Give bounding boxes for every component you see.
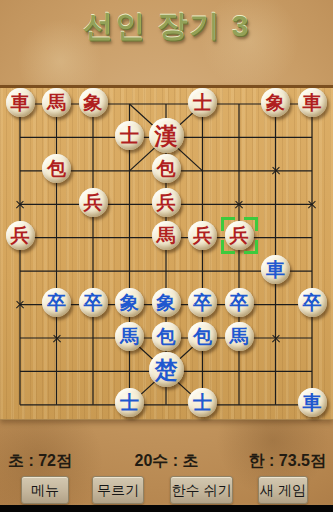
piece-glyph: 士: [188, 88, 217, 117]
piece-han-soldier[interactable]: 兵: [152, 188, 181, 217]
piece-glyph: 兵: [6, 221, 35, 250]
piece-han-horse[interactable]: 馬: [152, 221, 181, 250]
piece-glyph: 象: [261, 88, 290, 117]
menu-button[interactable]: 메뉴: [21, 476, 69, 504]
piece-cho-soldier[interactable]: 卒: [42, 288, 71, 317]
piece-glyph: 卒: [188, 288, 217, 317]
piece-han-soldier[interactable]: 兵: [6, 221, 35, 250]
toolbar: 메뉴 무르기 한수 쉬기 새 게임: [0, 476, 333, 504]
piece-glyph: 漢: [149, 118, 184, 153]
piece-han-elephant[interactable]: 象: [79, 88, 108, 117]
point-marker: [52, 333, 62, 343]
point-marker: [271, 166, 281, 176]
piece-glyph: 卒: [79, 288, 108, 317]
piece-cho-chariot[interactable]: 車: [298, 388, 327, 417]
piece-glyph: 象: [152, 288, 181, 317]
piece-han-general[interactable]: 漢: [149, 118, 184, 153]
point-marker: [15, 199, 25, 209]
selection-cursor: [221, 217, 258, 254]
piece-glyph: 馬: [152, 221, 181, 250]
piece-cho-soldier[interactable]: 卒: [298, 288, 327, 317]
piece-glyph: 楚: [149, 352, 184, 387]
piece-cho-general[interactable]: 楚: [149, 352, 184, 387]
piece-glyph: 士: [115, 121, 144, 150]
point-marker: [307, 199, 317, 209]
piece-glyph: 包: [152, 322, 181, 351]
app-title: 선인 장기 3: [0, 6, 333, 47]
piece-han-soldier[interactable]: 兵: [188, 221, 217, 250]
pass-button[interactable]: 한수 쉬기: [170, 476, 233, 504]
piece-han-cannon[interactable]: 包: [152, 154, 181, 183]
piece-glyph: 卒: [298, 288, 327, 317]
piece-cho-soldier[interactable]: 卒: [188, 288, 217, 317]
piece-glyph: 象: [79, 88, 108, 117]
piece-han-soldier[interactable]: 兵: [79, 188, 108, 217]
undo-button[interactable]: 무르기: [92, 476, 144, 504]
piece-glyph: 車: [298, 88, 327, 117]
piece-glyph: 包: [152, 154, 181, 183]
piece-cho-soldier[interactable]: 卒: [225, 288, 254, 317]
piece-glyph: 馬: [225, 322, 254, 351]
piece-glyph: 包: [188, 322, 217, 351]
piece-glyph: 兵: [188, 221, 217, 250]
piece-han-guard[interactable]: 士: [188, 88, 217, 117]
piece-glyph: 車: [298, 388, 327, 417]
point-marker: [234, 199, 244, 209]
piece-cho-chariot[interactable]: 車: [261, 255, 290, 284]
piece-cho-guard[interactable]: 士: [115, 388, 144, 417]
piece-han-guard[interactable]: 士: [115, 121, 144, 150]
point-marker: [271, 333, 281, 343]
piece-glyph: 兵: [79, 188, 108, 217]
bottom-bar: [0, 505, 333, 512]
piece-cho-cannon[interactable]: 包: [188, 322, 217, 351]
piece-glyph: 包: [42, 154, 71, 183]
piece-han-horse[interactable]: 馬: [42, 88, 71, 117]
piece-han-elephant[interactable]: 象: [261, 88, 290, 117]
piece-cho-horse[interactable]: 馬: [225, 322, 254, 351]
status-bar: 초 : 72점 20수 : 초 한 : 73.5점: [0, 451, 333, 473]
piece-han-cannon[interactable]: 包: [42, 154, 71, 183]
new-game-button[interactable]: 새 게임: [258, 476, 308, 504]
piece-glyph: 馬: [115, 322, 144, 351]
janggi-board[interactable]: 車馬象士象車士漢包包兵兵兵馬兵兵車卒卒象象卒卒卒馬包包馬楚士士車: [0, 85, 333, 420]
han-score: 한 : 73.5점: [249, 451, 326, 472]
piece-glyph: 卒: [42, 288, 71, 317]
piece-glyph: 士: [115, 388, 144, 417]
piece-glyph: 卒: [225, 288, 254, 317]
piece-han-chariot[interactable]: 車: [6, 88, 35, 117]
piece-cho-elephant[interactable]: 象: [115, 288, 144, 317]
piece-glyph: 士: [188, 388, 217, 417]
piece-glyph: 車: [6, 88, 35, 117]
board-layer: 車馬象士象車士漢包包兵兵兵馬兵兵車卒卒象象卒卒卒馬包包馬楚士士車: [0, 88, 333, 419]
piece-glyph: 馬: [42, 88, 71, 117]
piece-cho-cannon[interactable]: 包: [152, 322, 181, 351]
piece-han-chariot[interactable]: 車: [298, 88, 327, 117]
piece-glyph: 車: [261, 255, 290, 284]
point-marker: [15, 300, 25, 310]
piece-cho-guard[interactable]: 士: [188, 388, 217, 417]
piece-glyph: 兵: [152, 188, 181, 217]
app-screen: 선인 장기 3 車馬象士象車士漢包包兵兵兵馬兵兵車卒卒象象卒卒卒馬包包馬楚士士車…: [0, 0, 333, 512]
piece-glyph: 象: [115, 288, 144, 317]
piece-cho-elephant[interactable]: 象: [152, 288, 181, 317]
piece-cho-horse[interactable]: 馬: [115, 322, 144, 351]
piece-cho-soldier[interactable]: 卒: [79, 288, 108, 317]
